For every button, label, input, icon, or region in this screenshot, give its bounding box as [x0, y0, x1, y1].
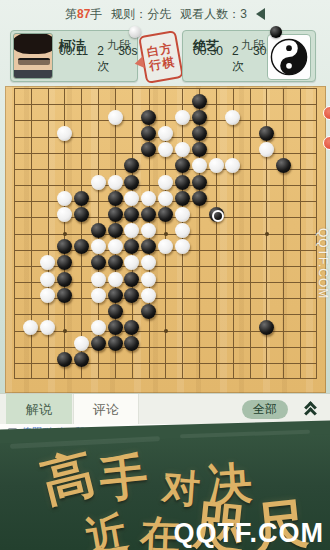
- stone-white: [108, 239, 123, 254]
- banner-watermark: QQTF.COM: [174, 518, 325, 549]
- yinyang-icon: [270, 38, 308, 76]
- stone-black: [124, 175, 139, 190]
- stone-black: [192, 175, 207, 190]
- stone-black: [124, 207, 139, 222]
- collapse-arrow-icon[interactable]: [256, 8, 265, 20]
- bottom-tab-bar: 解说 评论 全部: [0, 393, 330, 424]
- stone-white: [259, 142, 274, 157]
- stone-white: [192, 158, 207, 173]
- stone-black: [57, 352, 72, 367]
- stone-black: [91, 336, 106, 351]
- stone-black: [108, 207, 123, 222]
- stone-white: [40, 255, 55, 270]
- stone-black: [276, 158, 291, 173]
- stone-black: [141, 239, 156, 254]
- stone-white: [158, 142, 173, 157]
- avatar-kejie[interactable]: [13, 33, 53, 79]
- stone-white: [108, 110, 123, 125]
- stone-white: [158, 191, 173, 206]
- turn-indicator-seal: 白方 行棋: [138, 30, 184, 84]
- avatar-hair: [13, 33, 53, 54]
- stone-white: [57, 207, 72, 222]
- stone-black: [74, 352, 89, 367]
- stone-white: [175, 110, 190, 125]
- stone-white: [91, 239, 106, 254]
- stone-black: [108, 223, 123, 238]
- stone-white: [124, 223, 139, 238]
- stone-white: [40, 320, 55, 335]
- seal-line2: 行棋: [148, 55, 176, 73]
- stone-black: [108, 336, 123, 351]
- stone-black: [108, 255, 123, 270]
- stone-white: [175, 142, 190, 157]
- stone-white: [91, 272, 106, 287]
- stone-black: [124, 320, 139, 335]
- stone-black: [192, 126, 207, 141]
- stone-black: [57, 272, 72, 287]
- stone-white: [91, 320, 106, 335]
- tab-commentary[interactable]: 解说: [6, 394, 72, 425]
- stone-black: [74, 239, 89, 254]
- player-time-black: 00:30: [193, 44, 223, 75]
- stone-white: [209, 158, 224, 173]
- stone-white: [158, 126, 173, 141]
- stone-white: [141, 223, 156, 238]
- player-card-black: 绝艺 九段 00:30 2次 30s: [182, 30, 316, 82]
- stone-white: [40, 272, 55, 287]
- star-point: [265, 232, 269, 236]
- stone-black: [209, 207, 224, 222]
- stone-black: [175, 175, 190, 190]
- stone-white: [141, 191, 156, 206]
- player-card-white: 柯洁 九段 00:11 2次 30s: [10, 30, 138, 82]
- stone-white: [175, 223, 190, 238]
- board-grid[interactable]: [14, 88, 317, 379]
- go-app-screen: 第87手 规则：分先 观看人数：3 柯洁 九段 00:11 2次 30s 白方 …: [0, 0, 330, 550]
- stone-black: [57, 288, 72, 303]
- stone-white: [23, 320, 38, 335]
- stone-black: [192, 191, 207, 206]
- stone-black: [124, 336, 139, 351]
- stone-black: [141, 207, 156, 222]
- stone-black: [57, 255, 72, 270]
- brush-streak: [180, 430, 310, 439]
- stone-black: [124, 288, 139, 303]
- stone-white: [74, 336, 89, 351]
- stone-black: [192, 94, 207, 109]
- move-counter: 第87手: [65, 6, 102, 23]
- star-point: [63, 329, 67, 333]
- stone-black: [108, 320, 123, 335]
- stone-black: [141, 126, 156, 141]
- all-filter-button[interactable]: 全部: [242, 400, 288, 419]
- stone-black: [74, 191, 89, 206]
- stone-black: [108, 304, 123, 319]
- stone-black: [124, 158, 139, 173]
- stone-white: [40, 288, 55, 303]
- board-section: QQTF.COM: [0, 86, 330, 393]
- stone-white: [124, 255, 139, 270]
- stone-white: [141, 288, 156, 303]
- star-point: [164, 232, 168, 236]
- stone-white: [175, 239, 190, 254]
- stone-white: [108, 272, 123, 287]
- stone-black: [141, 142, 156, 157]
- stone-white: [57, 126, 72, 141]
- stone-black: [192, 110, 207, 125]
- player-periods-black: 2次: [232, 44, 244, 75]
- stone-white: [141, 272, 156, 287]
- expand-up-icon[interactable]: [304, 403, 318, 419]
- stone-black: [124, 272, 139, 287]
- stone-white: [91, 288, 106, 303]
- avatar-fineart[interactable]: [267, 34, 311, 80]
- promo-banner[interactable]: 高手对决 近在咫尺 QQTF.COM: [0, 434, 330, 550]
- player-time-white: 00:11: [59, 44, 88, 75]
- white-stone-badge-icon: [129, 26, 141, 38]
- seal-pointer-icon: [134, 56, 145, 69]
- floating-badge-icon[interactable]: [323, 136, 330, 150]
- avatar-glasses: [18, 58, 50, 65]
- side-watermark: QQTF.COM: [316, 228, 330, 299]
- stone-white: [225, 158, 240, 173]
- rule-label: 规则：分先: [111, 6, 171, 23]
- stone-white: [91, 175, 106, 190]
- stone-black: [91, 223, 106, 238]
- stone-white: [175, 207, 190, 222]
- stone-black: [141, 304, 156, 319]
- stone-black: [259, 320, 274, 335]
- viewers-label: 观看人数：3: [180, 6, 247, 23]
- stone-black: [192, 142, 207, 157]
- black-stone-badge-icon: [270, 26, 282, 38]
- stone-white: [108, 175, 123, 190]
- stone-black: [108, 288, 123, 303]
- player-periods-white: 2次: [97, 44, 109, 75]
- stone-white: [158, 175, 173, 190]
- goban[interactable]: [5, 86, 326, 393]
- star-point: [63, 232, 67, 236]
- floating-badge-icon[interactable]: [323, 106, 330, 120]
- stone-black: [141, 110, 156, 125]
- stone-black: [175, 158, 190, 173]
- stone-black: [259, 126, 274, 141]
- tab-comments[interactable]: 评论: [73, 394, 139, 425]
- top-status-bar: 第87手 规则：分先 观看人数：3: [0, 0, 330, 28]
- stone-black: [74, 207, 89, 222]
- stone-white: [141, 255, 156, 270]
- stone-white: [124, 191, 139, 206]
- stone-black: [158, 207, 173, 222]
- star-point: [164, 329, 168, 333]
- avatar-shirt: [14, 70, 53, 79]
- stone-black: [57, 239, 72, 254]
- stone-white: [158, 239, 173, 254]
- stone-white: [57, 191, 72, 206]
- stone-white: [225, 110, 240, 125]
- stone-black: [108, 191, 123, 206]
- stone-black: [91, 255, 106, 270]
- stone-black: [175, 191, 190, 206]
- stone-black: [124, 239, 139, 254]
